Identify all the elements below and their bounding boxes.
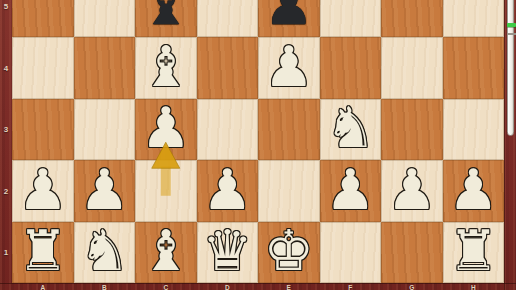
file-label-F: F (340, 284, 360, 290)
piece-white-P-e4[interactable]: ♟ (264, 39, 314, 95)
piece-white-P-b2[interactable]: ♟ (79, 162, 129, 218)
square-g1[interactable] (381, 222, 443, 284)
square-g5[interactable] (381, 0, 443, 37)
piece-white-Q-d1[interactable]: ♛ (202, 223, 252, 279)
square-h5[interactable] (443, 0, 505, 37)
square-h4[interactable] (443, 37, 505, 99)
piece-white-P-f2[interactable]: ♟ (325, 162, 375, 218)
square-c3[interactable]: ♟ (135, 99, 197, 161)
square-b2[interactable]: ♟ (74, 160, 136, 222)
rank-label-3: 3 (0, 125, 12, 134)
square-a2[interactable]: ♟ (12, 160, 74, 222)
file-label-E: E (279, 284, 299, 290)
piece-white-N-f3[interactable]: ♞ (325, 100, 375, 156)
square-f2[interactable]: ♟ (320, 160, 382, 222)
piece-white-P-d2[interactable]: ♟ (202, 162, 252, 218)
file-label-H: H (463, 284, 483, 290)
square-c4[interactable]: ♝ (135, 37, 197, 99)
square-b5[interactable] (74, 0, 136, 37)
file-label-D: D (217, 284, 237, 290)
piece-white-P-g2[interactable]: ♟ (387, 162, 437, 218)
piece-white-P-c3[interactable]: ♟ (141, 100, 191, 156)
square-b1[interactable]: ♞ (74, 222, 136, 284)
file-label-B: B (94, 284, 114, 290)
square-f3[interactable]: ♞ (320, 99, 382, 161)
piece-black-P-e5[interactable]: ♟ (264, 0, 314, 33)
square-e5[interactable]: ♟ (258, 0, 320, 37)
rank-label-5: 5 (0, 2, 12, 11)
square-f1[interactable] (320, 222, 382, 284)
square-c5[interactable]: ♝ (135, 0, 197, 37)
scrollbar-gray-marker (507, 33, 516, 35)
square-g2[interactable]: ♟ (381, 160, 443, 222)
file-label-A: A (33, 284, 53, 290)
square-h3[interactable] (443, 99, 505, 161)
rank-label-4: 4 (0, 64, 12, 73)
rank-label-2: 2 (0, 187, 12, 196)
scrollbar-green-marker (507, 23, 516, 27)
square-f4[interactable] (320, 37, 382, 99)
chess-board: ♝♟♝♟♟♞♟♟♟♟♟♟♜♞♝♛♚♜ (12, 0, 504, 283)
piece-white-B-c1[interactable]: ♝ (141, 223, 191, 279)
square-d2[interactable]: ♟ (197, 160, 259, 222)
rank-label-1: 1 (0, 248, 12, 257)
file-label-G: G (402, 284, 422, 290)
piece-white-R-a1[interactable]: ♜ (18, 223, 68, 279)
square-a4[interactable] (12, 37, 74, 99)
file-label-bar: ABCDEFGH (0, 283, 516, 290)
square-c1[interactable]: ♝ (135, 222, 197, 284)
square-d3[interactable] (197, 99, 259, 161)
piece-white-R-h1[interactable]: ♜ (448, 223, 498, 279)
piece-white-P-a2[interactable]: ♟ (18, 162, 68, 218)
square-d1[interactable]: ♛ (197, 222, 259, 284)
square-e1[interactable]: ♚ (258, 222, 320, 284)
board-frame-seam (504, 0, 505, 290)
square-e4[interactable]: ♟ (258, 37, 320, 99)
square-e2[interactable] (258, 160, 320, 222)
piece-white-K-e1[interactable]: ♚ (264, 223, 314, 279)
piece-white-P-h2[interactable]: ♟ (448, 162, 498, 218)
square-h1[interactable]: ♜ (443, 222, 505, 284)
square-a3[interactable] (12, 99, 74, 161)
square-d5[interactable] (197, 0, 259, 37)
square-b4[interactable] (74, 37, 136, 99)
file-label-C: C (156, 284, 176, 290)
piece-black-B-c5[interactable]: ♝ (141, 0, 191, 33)
piece-white-B-c4[interactable]: ♝ (141, 39, 191, 95)
square-b3[interactable] (74, 99, 136, 161)
scrollbar-thumb[interactable] (507, 0, 514, 136)
square-f5[interactable] (320, 0, 382, 37)
square-g3[interactable] (381, 99, 443, 161)
square-a5[interactable] (12, 0, 74, 37)
square-h2[interactable]: ♟ (443, 160, 505, 222)
square-c2[interactable] (135, 160, 197, 222)
piece-white-N-b1[interactable]: ♞ (79, 223, 129, 279)
square-e3[interactable] (258, 99, 320, 161)
square-a1[interactable]: ♜ (12, 222, 74, 284)
square-d4[interactable] (197, 37, 259, 99)
square-g4[interactable] (381, 37, 443, 99)
chess-app-window: ♝♟♝♟♟♞♟♟♟♟♟♟♜♞♝♛♚♜ 54321 ABCDEFGH (0, 0, 516, 290)
